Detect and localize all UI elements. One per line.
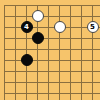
white-stone-J17: 5 — [87, 21, 99, 33]
move-number-label: 5 — [90, 24, 95, 31]
move-number-label: 4 — [24, 24, 29, 31]
black-stone-D16 — [32, 32, 44, 44]
board-cell-D18 — [32, 11, 43, 22]
board-cell-C14 — [21, 55, 32, 66]
white-stone-D18 — [32, 10, 44, 22]
stone-grid: 45 — [0, 0, 98, 99]
go-board: 45 — [0, 0, 100, 100]
board-cell-J17: 5 — [87, 22, 98, 33]
white-stone-F17 — [54, 21, 66, 33]
board-cell-C17: 4 — [21, 22, 32, 33]
black-stone-C17: 4 — [21, 21, 33, 33]
black-stone-C14 — [21, 54, 33, 66]
board-cell-D16 — [32, 33, 43, 44]
board-cell-F17 — [54, 22, 65, 33]
